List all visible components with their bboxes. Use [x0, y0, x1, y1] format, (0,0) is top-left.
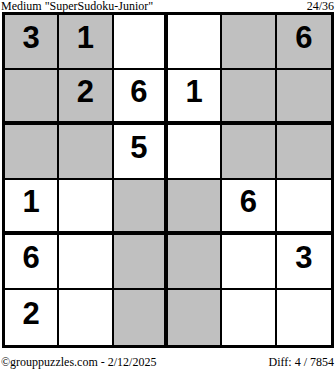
puzzle-title: Medium "SuperSudoku-Junior" — [1, 0, 153, 12]
cell-r2c6[interactable] — [277, 70, 331, 125]
cell-r1c1[interactable]: 3 — [5, 15, 59, 70]
cell-r6c3[interactable] — [114, 290, 168, 345]
cell-r4c3[interactable] — [114, 180, 168, 235]
cell-r3c1[interactable] — [5, 125, 59, 180]
cell-r4c6[interactable] — [277, 180, 331, 235]
cell-r4c4[interactable] — [168, 180, 222, 235]
cell-r3c6[interactable] — [277, 125, 331, 180]
cell-r4c5[interactable]: 6 — [222, 180, 276, 235]
cell-r6c5[interactable] — [222, 290, 276, 345]
cell-r6c2[interactable] — [59, 290, 113, 345]
difficulty-text: Diff: 4 / 7854 — [269, 356, 334, 369]
cell-r1c3[interactable] — [114, 15, 168, 70]
copyright-text: ©grouppuzzles.com - 2/12/2025 — [1, 356, 156, 369]
cell-r1c4[interactable] — [168, 15, 222, 70]
cell-r4c1[interactable]: 1 — [5, 180, 59, 235]
cell-r6c1[interactable]: 2 — [5, 290, 59, 345]
cell-r2c3[interactable]: 6 — [114, 70, 168, 125]
sudoku-board: 316261516632 — [2, 12, 334, 348]
cell-r2c4[interactable]: 1 — [168, 70, 222, 125]
cell-r2c5[interactable] — [222, 70, 276, 125]
cell-r2c1[interactable] — [5, 70, 59, 125]
cell-r2c2[interactable]: 2 — [59, 70, 113, 125]
cell-r4c2[interactable] — [59, 180, 113, 235]
cell-r1c6[interactable]: 6 — [277, 15, 331, 70]
cell-r5c4[interactable] — [168, 235, 222, 290]
cell-r5c3[interactable] — [114, 235, 168, 290]
cell-r1c2[interactable]: 1 — [59, 15, 113, 70]
cell-r5c1[interactable]: 6 — [5, 235, 59, 290]
cell-r3c5[interactable] — [222, 125, 276, 180]
page-header: Medium "SuperSudoku-Junior" 24/36 — [1, 0, 334, 12]
cell-r5c5[interactable] — [222, 235, 276, 290]
page-footer: ©grouppuzzles.com - 2/12/2025 Diff: 4 / … — [1, 356, 334, 369]
cell-r6c4[interactable] — [168, 290, 222, 345]
cell-r3c2[interactable] — [59, 125, 113, 180]
cell-r3c3[interactable]: 5 — [114, 125, 168, 180]
cell-r5c6[interactable]: 3 — [277, 235, 331, 290]
cell-r5c2[interactable] — [59, 235, 113, 290]
clue-counter: 24/36 — [307, 0, 334, 12]
cell-r6c6[interactable] — [277, 290, 331, 345]
cell-r1c5[interactable] — [222, 15, 276, 70]
cell-r3c4[interactable] — [168, 125, 222, 180]
